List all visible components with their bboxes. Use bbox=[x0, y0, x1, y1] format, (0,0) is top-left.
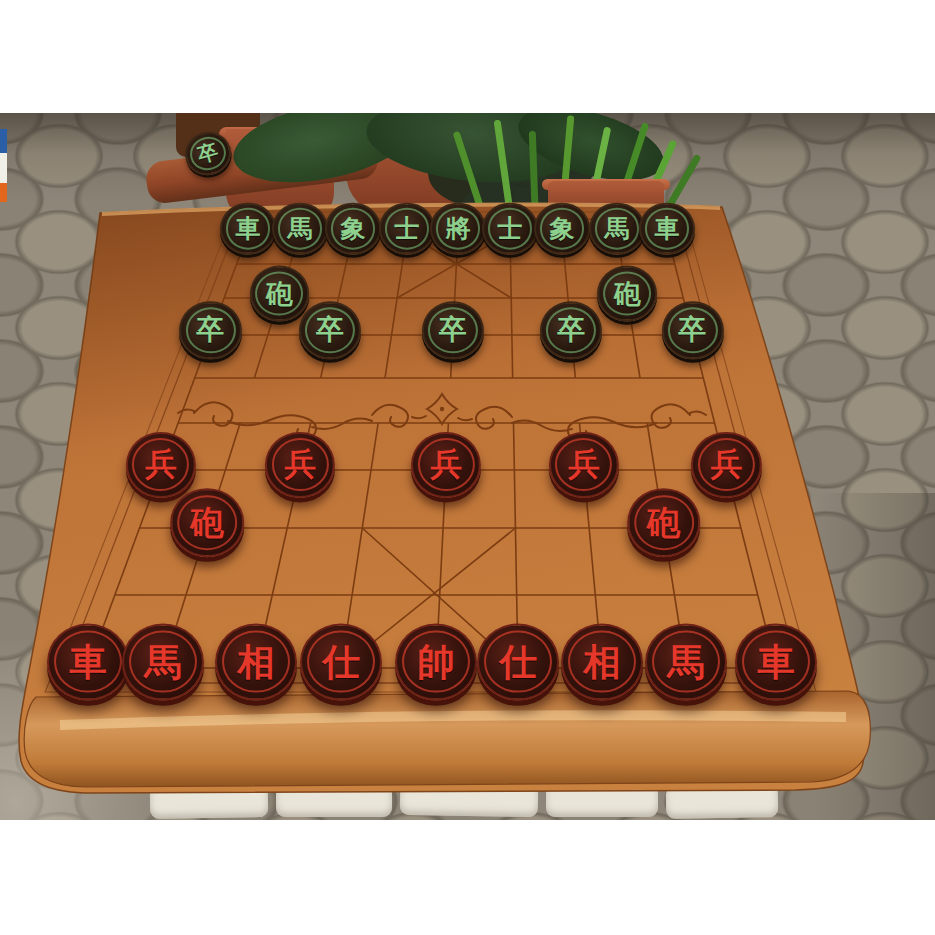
piece-character: 砲 bbox=[190, 506, 223, 539]
piece-character: 兵 bbox=[430, 449, 462, 481]
piece-red-advisor[interactable]: 仕 bbox=[300, 624, 382, 701]
piece-character: 兵 bbox=[711, 449, 743, 481]
piece-red-soldier[interactable]: 兵 bbox=[265, 432, 335, 498]
piece-black-soldier[interactable]: 卒 bbox=[662, 301, 724, 359]
piece-character: 馬 bbox=[288, 216, 313, 241]
piece-black-advisor[interactable]: 士 bbox=[482, 203, 538, 255]
piece-red-soldier[interactable]: 兵 bbox=[691, 432, 761, 498]
piece-black-soldier[interactable]: 卒 bbox=[179, 301, 241, 359]
piece-red-chariot[interactable]: 車 bbox=[735, 624, 817, 701]
piece-character: 砲 bbox=[647, 506, 680, 539]
piece-red-chariot[interactable]: 車 bbox=[47, 624, 129, 701]
piece-black-elephant[interactable]: 象 bbox=[325, 203, 381, 255]
piece-character: 仕 bbox=[499, 643, 536, 680]
piece-red-cannon[interactable]: 砲 bbox=[170, 488, 244, 557]
piece-character: 車 bbox=[236, 216, 261, 241]
piece-character: 車 bbox=[655, 216, 680, 241]
piece-character: 馬 bbox=[144, 643, 181, 680]
piece-character: 仕 bbox=[322, 643, 359, 680]
piece-red-soldier[interactable]: 兵 bbox=[549, 432, 619, 498]
piece-character: 砲 bbox=[614, 280, 641, 307]
screenshot-stage: 車馬象士將士象馬車砲砲卒卒卒卒卒兵兵兵兵兵砲砲車馬相仕帥仕相馬車卒 bbox=[0, 0, 935, 935]
piece-character: 象 bbox=[341, 216, 366, 241]
piece-character: 士 bbox=[395, 216, 420, 241]
piece-black-cannon[interactable]: 砲 bbox=[250, 266, 310, 322]
product-photo: 車馬象士將士象馬車砲砲卒卒卒卒卒兵兵兵兵兵砲砲車馬相仕帥仕相馬車卒 bbox=[0, 113, 935, 820]
piece-black-soldier[interactable]: 卒 bbox=[299, 301, 361, 359]
piece-character: 馬 bbox=[605, 216, 630, 241]
piece-character: 車 bbox=[69, 643, 106, 680]
piece-character: 砲 bbox=[266, 280, 293, 307]
piece-character: 相 bbox=[237, 643, 274, 680]
piece-character: 卒 bbox=[439, 316, 467, 344]
spare-piece-black-spare-soldier[interactable]: 卒 bbox=[180, 127, 236, 181]
piece-character: 將 bbox=[446, 216, 471, 241]
piece-black-advisor[interactable]: 士 bbox=[379, 203, 435, 255]
piece-character: 兵 bbox=[145, 449, 177, 481]
piece-red-advisor[interactable]: 仕 bbox=[477, 624, 559, 701]
pieces-layer: 車馬象士將士象馬車砲砲卒卒卒卒卒兵兵兵兵兵砲砲車馬相仕帥仕相馬車卒 bbox=[0, 113, 935, 820]
piece-red-soldier[interactable]: 兵 bbox=[411, 432, 481, 498]
piece-black-elephant[interactable]: 象 bbox=[534, 203, 590, 255]
piece-character: 士 bbox=[498, 216, 523, 241]
piece-black-soldier[interactable]: 卒 bbox=[540, 301, 602, 359]
piece-black-soldier[interactable]: 卒 bbox=[422, 301, 484, 359]
piece-black-horse[interactable]: 馬 bbox=[272, 203, 328, 255]
piece-character: 帥 bbox=[417, 643, 454, 680]
piece-black-horse[interactable]: 馬 bbox=[589, 203, 645, 255]
piece-red-horse[interactable]: 馬 bbox=[122, 624, 204, 701]
piece-character: 兵 bbox=[284, 449, 316, 481]
piece-black-cannon[interactable]: 砲 bbox=[597, 266, 657, 322]
piece-red-elephant[interactable]: 相 bbox=[561, 624, 643, 701]
piece-character: 卒 bbox=[316, 316, 344, 344]
piece-black-chariot[interactable]: 車 bbox=[220, 203, 276, 255]
piece-red-soldier[interactable]: 兵 bbox=[126, 432, 196, 498]
piece-red-cannon[interactable]: 砲 bbox=[627, 488, 701, 557]
piece-black-chariot[interactable]: 車 bbox=[639, 203, 695, 255]
piece-character: 車 bbox=[757, 643, 794, 680]
piece-character: 卒 bbox=[197, 316, 225, 344]
piece-black-general[interactable]: 將 bbox=[430, 203, 486, 255]
piece-character: 卒 bbox=[196, 141, 221, 166]
piece-character: 相 bbox=[583, 643, 620, 680]
piece-character: 卒 bbox=[557, 316, 585, 344]
piece-red-general[interactable]: 帥 bbox=[395, 624, 477, 701]
piece-red-elephant[interactable]: 相 bbox=[215, 624, 297, 701]
piece-character: 卒 bbox=[679, 316, 707, 344]
piece-red-horse[interactable]: 馬 bbox=[645, 624, 727, 701]
piece-character: 象 bbox=[550, 216, 575, 241]
piece-character: 馬 bbox=[667, 643, 704, 680]
piece-character: 兵 bbox=[568, 449, 600, 481]
